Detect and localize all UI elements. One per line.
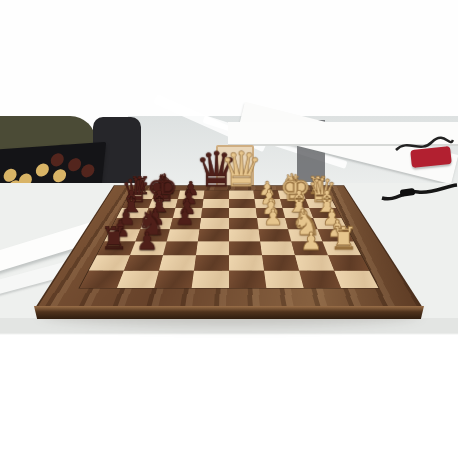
- light-rook: ♜: [330, 223, 358, 254]
- square-e7: [229, 199, 256, 208]
- square-b2: [124, 255, 163, 270]
- square-h2: [328, 255, 369, 270]
- square-f2: [262, 255, 299, 270]
- light-pawn: ♟: [300, 229, 322, 254]
- square-f5: ♟: [257, 218, 288, 229]
- square-e1: [229, 271, 266, 288]
- square-d5: [199, 218, 229, 229]
- square-e4: [229, 229, 260, 241]
- chess-board-scene: ♜♞♟♛♛♟♞♜♛♚♟♟♚♛♝♝♟♟♝♝♟♟♟♟♟♟♟♞♞♟♜♟♟♜: [0, 0, 458, 458]
- square-e5: [229, 218, 259, 229]
- square-d6: [201, 208, 229, 218]
- square-e6: [229, 208, 257, 218]
- square-d2: [194, 255, 229, 270]
- light-pawn: ♟: [263, 206, 283, 228]
- chess-board: ♜♞♟♛♛♟♞♜♛♚♟♟♚♛♝♝♟♟♝♝♟♟♟♟♟♟♟♞♞♟♜♟♟♜: [35, 185, 423, 308]
- square-c3: [163, 241, 198, 255]
- dark-pawn: ♟: [175, 206, 195, 228]
- square-h3: ♜: [323, 241, 361, 255]
- square-f3: [260, 241, 295, 255]
- square-b3: ♟: [130, 241, 167, 255]
- square-f4: [259, 229, 292, 241]
- board-grid: ♜♞♟♛♛♟♞♜♛♚♟♟♚♛♝♝♟♟♝♝♟♟♟♟♟♟♟♞♞♟♜♟♟♜: [80, 191, 379, 288]
- square-d4: [198, 229, 229, 241]
- power-cable-icon: [380, 178, 458, 204]
- dark-rook: ♜: [100, 223, 128, 254]
- square-c4: [167, 229, 200, 241]
- dark-pawn: ♟: [136, 229, 158, 254]
- square-d3: [196, 241, 229, 255]
- spare-light-queen: ♛: [220, 145, 263, 193]
- square-b1: [117, 271, 159, 288]
- square-d7: [202, 199, 229, 208]
- board-frame: ♜♞♟♛♛♟♞♜♛♚♟♟♚♛♝♝♟♟♝♝♟♟♟♟♟♟♟♞♞♟♜♟♟♜: [35, 185, 423, 308]
- square-f1: [264, 271, 304, 288]
- square-c2: [159, 255, 196, 270]
- square-e3: [229, 241, 262, 255]
- square-e8: ♛: [229, 191, 255, 199]
- square-h1: [334, 271, 378, 288]
- square-c5: ♟: [170, 218, 201, 229]
- board-front-edge: [34, 306, 424, 319]
- square-a2: [89, 255, 130, 270]
- square-d1: [192, 271, 229, 288]
- square-c1: [154, 271, 194, 288]
- square-e2: [229, 255, 264, 270]
